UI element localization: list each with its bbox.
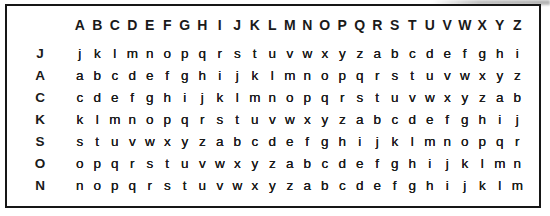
- alphabet-header-letter: Q: [351, 7, 369, 43]
- table-letter: f: [456, 43, 474, 65]
- table-letter: i: [491, 109, 509, 131]
- table-letter: b: [316, 175, 334, 197]
- alphabet-header-letter: B: [89, 7, 107, 43]
- cipher-grid: ABCDEFGHIJKLMNOPQRSTUVWXYZJjklmnopqrstuv…: [9, 7, 526, 204]
- table-letter: n: [71, 175, 89, 197]
- alphabet-header-letter: I: [211, 7, 229, 43]
- table-letter: n: [264, 87, 282, 109]
- table-letter: c: [386, 109, 404, 131]
- table-letter: j: [229, 65, 247, 87]
- table-letter: i: [509, 43, 527, 65]
- table-letter: y: [491, 65, 509, 87]
- alphabet-header-letter: Z: [509, 7, 527, 43]
- alphabet-header-letter: W: [456, 7, 474, 43]
- table-letter: m: [421, 131, 439, 153]
- table-letter: f: [386, 175, 404, 197]
- table-letter: s: [351, 87, 369, 109]
- table-letter: x: [229, 153, 247, 175]
- table-letter: z: [194, 131, 212, 153]
- table-letter: s: [211, 109, 229, 131]
- alphabet-header-letter: Y: [491, 7, 509, 43]
- table-letter: n: [299, 65, 317, 87]
- table-letter: c: [334, 175, 352, 197]
- table-letter: h: [159, 87, 177, 109]
- table-letter: q: [316, 87, 334, 109]
- table-letter: r: [211, 43, 229, 65]
- table-letter: i: [421, 153, 439, 175]
- table-letter: u: [386, 87, 404, 109]
- table-letter: r: [141, 175, 159, 197]
- table-letter: e: [439, 43, 457, 65]
- table-letter: k: [211, 87, 229, 109]
- alphabet-header-letter: G: [176, 7, 194, 43]
- table-letter: p: [334, 65, 352, 87]
- table-letter: x: [316, 43, 334, 65]
- cipher-table-frame: ABCDEFGHIJKLMNOPQRSTUVWXYZJjklmnopqrstuv…: [5, 4, 541, 208]
- table-letter: a: [491, 87, 509, 109]
- table-letter: d: [124, 65, 142, 87]
- table-letter: v: [194, 153, 212, 175]
- table-letter: s: [229, 43, 247, 65]
- table-letter: z: [281, 175, 299, 197]
- keyword-letter: S: [9, 131, 71, 153]
- table-letter: a: [351, 109, 369, 131]
- table-letter: y: [264, 175, 282, 197]
- table-letter: v: [124, 131, 142, 153]
- table-letter: h: [404, 153, 422, 175]
- table-letter: p: [176, 43, 194, 65]
- table-letter: l: [106, 43, 124, 65]
- table-letter: h: [491, 43, 509, 65]
- table-letter: t: [176, 175, 194, 197]
- table-letter: u: [264, 43, 282, 65]
- alphabet-header-letter: L: [264, 7, 282, 43]
- table-letter: d: [421, 43, 439, 65]
- table-letter: s: [159, 175, 177, 197]
- table-letter: t: [159, 153, 177, 175]
- table-letter: m: [124, 43, 142, 65]
- table-letter: g: [456, 109, 474, 131]
- alphabet-header-letter: N: [299, 7, 317, 43]
- keyword-letter: N: [9, 175, 71, 197]
- table-letter: n: [439, 131, 457, 153]
- table-letter: z: [264, 153, 282, 175]
- table-letter: c: [106, 65, 124, 87]
- table-letter: y: [246, 153, 264, 175]
- table-letter: g: [316, 131, 334, 153]
- table-letter: l: [89, 109, 107, 131]
- table-letter: m: [246, 87, 264, 109]
- alphabet-header-letter: S: [386, 7, 404, 43]
- table-letter: j: [369, 131, 387, 153]
- table-letter: v: [281, 43, 299, 65]
- table-letter: x: [474, 65, 492, 87]
- table-letter: x: [439, 87, 457, 109]
- table-letter: d: [351, 175, 369, 197]
- table-letter: w: [421, 87, 439, 109]
- table-letter: v: [439, 65, 457, 87]
- table-letter: s: [386, 65, 404, 87]
- table-letter: i: [211, 65, 229, 87]
- table-letter: w: [456, 65, 474, 87]
- table-letter: t: [246, 43, 264, 65]
- table-letter: b: [509, 87, 527, 109]
- table-letter: y: [176, 131, 194, 153]
- table-letter: y: [316, 109, 334, 131]
- table-letter: g: [404, 175, 422, 197]
- table-letter: p: [159, 109, 177, 131]
- keyword-letter: O: [9, 153, 71, 175]
- table-letter: p: [89, 153, 107, 175]
- table-letter: t: [89, 131, 107, 153]
- table-letter: w: [299, 43, 317, 65]
- table-letter: u: [421, 65, 439, 87]
- table-letter: k: [246, 65, 264, 87]
- alphabet-header-letter: T: [404, 7, 422, 43]
- table-letter: u: [106, 131, 124, 153]
- table-letter: z: [474, 87, 492, 109]
- table-letter: k: [386, 131, 404, 153]
- table-letter: r: [124, 153, 142, 175]
- table-letter: d: [89, 87, 107, 109]
- table-letter: v: [264, 109, 282, 131]
- table-letter: j: [71, 43, 89, 65]
- alphabet-header-letter: A: [71, 7, 89, 43]
- table-letter: r: [334, 87, 352, 109]
- alphabet-header-letter: H: [194, 7, 212, 43]
- table-letter: x: [159, 131, 177, 153]
- alphabet-header-letter: D: [124, 7, 142, 43]
- table-letter: e: [141, 65, 159, 87]
- table-letter: c: [246, 131, 264, 153]
- keyword-letter: K: [9, 109, 71, 131]
- table-letter: y: [334, 43, 352, 65]
- table-letter: f: [439, 109, 457, 131]
- table-letter: h: [194, 65, 212, 87]
- alphabet-header-letter: O: [316, 7, 334, 43]
- table-letter: q: [176, 109, 194, 131]
- alphabet-header-letter: E: [141, 7, 159, 43]
- table-letter: q: [351, 65, 369, 87]
- table-letter: t: [229, 109, 247, 131]
- alphabet-header-letter: J: [229, 7, 247, 43]
- table-letter: e: [281, 131, 299, 153]
- table-letter: a: [369, 43, 387, 65]
- table-letter: q: [491, 131, 509, 153]
- table-letter: n: [124, 109, 142, 131]
- table-letter: l: [229, 87, 247, 109]
- table-letter: k: [71, 109, 89, 131]
- table-letter: z: [334, 109, 352, 131]
- table-letter: m: [491, 153, 509, 175]
- table-letter: m: [281, 65, 299, 87]
- table-letter: k: [456, 153, 474, 175]
- table-letter: o: [159, 43, 177, 65]
- table-letter: v: [211, 175, 229, 197]
- table-letter: g: [474, 43, 492, 65]
- table-letter: x: [299, 109, 317, 131]
- table-letter: p: [106, 175, 124, 197]
- alphabet-header-letter: F: [159, 7, 177, 43]
- table-letter: u: [246, 109, 264, 131]
- table-letter: x: [246, 175, 264, 197]
- table-letter: q: [124, 175, 142, 197]
- table-letter: k: [89, 43, 107, 65]
- table-letter: f: [124, 87, 142, 109]
- table-letter: u: [194, 175, 212, 197]
- table-letter: i: [176, 87, 194, 109]
- table-letter: b: [369, 109, 387, 131]
- keyword-letter: C: [9, 87, 71, 109]
- table-letter: t: [369, 87, 387, 109]
- table-letter: t: [404, 65, 422, 87]
- alphabet-header-letter: U: [421, 7, 439, 43]
- table-letter: e: [106, 87, 124, 109]
- table-letter: o: [89, 175, 107, 197]
- table-letter: h: [421, 175, 439, 197]
- table-letter: o: [456, 131, 474, 153]
- table-letter: o: [281, 87, 299, 109]
- table-letter: a: [71, 65, 89, 87]
- cipher-table-page: ABCDEFGHIJKLMNOPQRSTUVWXYZJjklmnopqrstuv…: [0, 0, 550, 216]
- table-letter: g: [141, 87, 159, 109]
- table-letter: z: [351, 43, 369, 65]
- alphabet-header-letter: R: [369, 7, 387, 43]
- table-letter: d: [264, 131, 282, 153]
- table-letter: o: [141, 109, 159, 131]
- table-letter: h: [334, 131, 352, 153]
- table-letter: y: [456, 87, 474, 109]
- alphabet-header-letter: K: [246, 7, 264, 43]
- alphabet-header-letter: V: [439, 7, 457, 43]
- table-letter: k: [474, 175, 492, 197]
- table-letter: q: [194, 43, 212, 65]
- table-letter: l: [264, 65, 282, 87]
- table-letter: g: [176, 65, 194, 87]
- table-letter: w: [211, 153, 229, 175]
- table-letter: u: [176, 153, 194, 175]
- table-letter: i: [439, 175, 457, 197]
- table-letter: o: [316, 65, 334, 87]
- table-letter: j: [456, 175, 474, 197]
- table-letter: j: [194, 87, 212, 109]
- table-letter: a: [299, 175, 317, 197]
- table-letter: e: [369, 175, 387, 197]
- table-letter: j: [439, 153, 457, 175]
- table-letter: p: [299, 87, 317, 109]
- table-letter: j: [509, 109, 527, 131]
- table-letter: e: [421, 109, 439, 131]
- table-letter: q: [106, 153, 124, 175]
- table-letter: g: [386, 153, 404, 175]
- table-letter: e: [351, 153, 369, 175]
- table-letter: n: [141, 43, 159, 65]
- table-letter: f: [159, 65, 177, 87]
- keyword-letter: A: [9, 65, 71, 87]
- table-letter: f: [299, 131, 317, 153]
- table-letter: r: [369, 65, 387, 87]
- table-letter: a: [281, 153, 299, 175]
- table-letter: m: [509, 175, 527, 197]
- alphabet-header-letter: C: [106, 7, 124, 43]
- table-letter: s: [141, 153, 159, 175]
- alphabet-header-letter: M: [281, 7, 299, 43]
- table-letter: v: [404, 87, 422, 109]
- table-letter: w: [229, 175, 247, 197]
- table-letter: m: [106, 109, 124, 131]
- table-letter: o: [71, 153, 89, 175]
- alphabet-header-letter: X: [474, 7, 492, 43]
- table-letter: c: [71, 87, 89, 109]
- table-letter: b: [386, 43, 404, 65]
- corner-cell: [9, 7, 71, 43]
- table-letter: h: [474, 109, 492, 131]
- table-letter: i: [351, 131, 369, 153]
- table-letter: l: [404, 131, 422, 153]
- table-letter: b: [89, 65, 107, 87]
- table-letter: d: [334, 153, 352, 175]
- table-letter: s: [71, 131, 89, 153]
- table-letter: r: [509, 131, 527, 153]
- table-letter: l: [491, 175, 509, 197]
- table-letter: c: [404, 43, 422, 65]
- table-letter: p: [474, 131, 492, 153]
- table-letter: b: [229, 131, 247, 153]
- table-letter: l: [474, 153, 492, 175]
- table-letter: r: [194, 109, 212, 131]
- keyword-letter: J: [9, 43, 71, 65]
- table-letter: b: [299, 153, 317, 175]
- table-letter: d: [404, 109, 422, 131]
- table-letter: w: [281, 109, 299, 131]
- table-letter: w: [141, 131, 159, 153]
- table-letter: a: [211, 131, 229, 153]
- table-letter: f: [369, 153, 387, 175]
- table-letter: c: [316, 153, 334, 175]
- table-letter: n: [509, 153, 527, 175]
- alphabet-header-letter: P: [334, 7, 352, 43]
- table-letter: z: [509, 65, 527, 87]
